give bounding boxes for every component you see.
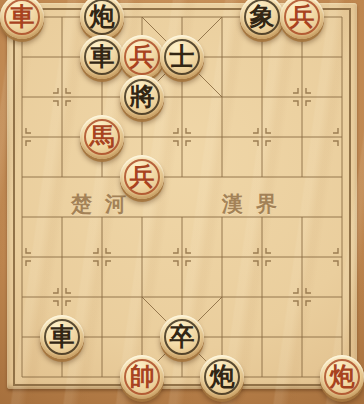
xiangqi-board: 楚河 漢界 車炮象兵車兵士將馬兵車卒帥炮炮	[0, 0, 364, 404]
red-soldier-glyph: 兵	[130, 44, 155, 69]
black-cannon[interactable]: 炮	[200, 355, 244, 399]
black-chariot[interactable]: 車	[40, 315, 84, 359]
black-soldier-glyph: 卒	[170, 324, 195, 349]
river-label-han-jie: 漢界	[222, 190, 290, 218]
red-cannon-glyph: 炮	[330, 364, 355, 389]
black-chariot-glyph: 車	[90, 44, 115, 69]
black-advisor[interactable]: 士	[160, 35, 204, 79]
red-soldier-glyph: 兵	[290, 4, 315, 29]
red-horse-glyph: 馬	[90, 124, 115, 149]
black-general[interactable]: 將	[120, 75, 164, 119]
red-chariot-glyph: 車	[10, 4, 35, 29]
black-cannon-glyph: 炮	[210, 364, 235, 389]
red-cannon[interactable]: 炮	[320, 355, 364, 399]
black-chariot[interactable]: 車	[80, 35, 124, 79]
black-soldier[interactable]: 卒	[160, 315, 204, 359]
red-soldier[interactable]: 兵	[120, 155, 164, 199]
black-cannon-glyph: 炮	[90, 4, 115, 29]
red-soldier[interactable]: 兵	[120, 35, 164, 79]
black-advisor-glyph: 士	[170, 44, 195, 69]
red-general-glyph: 帥	[130, 364, 155, 389]
red-soldier-glyph: 兵	[130, 164, 155, 189]
red-general[interactable]: 帥	[120, 355, 164, 399]
black-general-glyph: 將	[130, 84, 155, 109]
black-elephant-glyph: 象	[250, 4, 275, 29]
black-chariot-glyph: 車	[50, 324, 75, 349]
red-horse[interactable]: 馬	[80, 115, 124, 159]
